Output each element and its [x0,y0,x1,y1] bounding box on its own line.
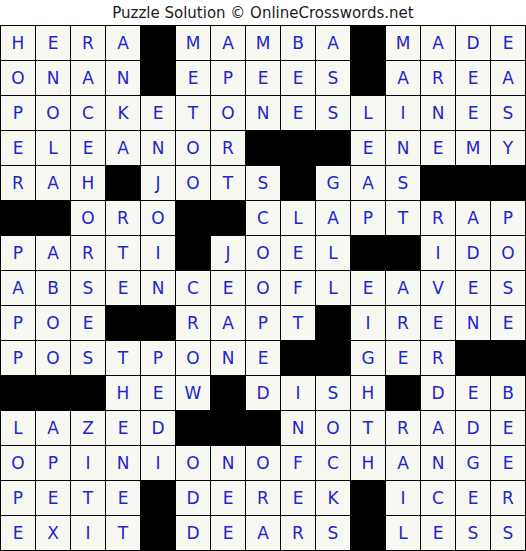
letter-cell: E [106,481,140,515]
letter-cell: N [36,61,70,95]
letter-cell: O [36,96,70,130]
block-cell [71,376,105,410]
letter-cell: E [141,376,175,410]
letter-cell: E [71,306,105,340]
letter-cell: A [1,271,35,305]
letter-cell: H [106,376,140,410]
letter-cell: D [456,26,490,60]
letter-cell: N [386,131,420,165]
block-cell [176,236,210,270]
letter-cell: R [421,61,455,95]
letter-cell: A [211,26,245,60]
letter-cell: S [316,96,350,130]
block-cell [246,411,280,445]
letter-cell: S [246,166,280,200]
letter-cell: S [316,376,350,410]
letter-cell: N [106,61,140,95]
letter-cell: N [421,446,455,480]
letter-cell: O [1,61,35,95]
letter-cell: T [281,306,315,340]
letter-cell: J [211,236,245,270]
block-cell [316,131,350,165]
letter-cell: C [246,201,280,235]
letter-cell: A [386,446,420,480]
letter-cell: R [246,481,280,515]
letter-cell: W [176,376,210,410]
letter-cell: C [71,96,105,130]
letter-cell: C [176,271,210,305]
letter-cell: D [176,516,210,550]
letter-cell: A [456,201,490,235]
block-cell [211,201,245,235]
letter-cell: G [316,166,350,200]
letter-cell: H [351,446,385,480]
letter-cell: R [176,306,210,340]
letter-cell: E [246,341,280,375]
letter-cell: R [386,306,420,340]
letter-cell: B [281,26,315,60]
letter-cell: N [281,411,315,445]
block-cell [351,26,385,60]
letter-cell: T [106,341,140,375]
letter-cell: N [421,96,455,130]
letter-cell: A [351,166,385,200]
letter-cell: A [246,516,280,550]
letter-cell: E [351,131,385,165]
letter-cell: D [456,411,490,445]
letter-cell: E [141,96,175,130]
letter-cell: J [141,166,175,200]
block-cell [141,516,175,550]
letter-cell: E [281,61,315,95]
letter-cell: N [106,446,140,480]
letter-cell: I [421,236,455,270]
letter-cell: O [316,411,350,445]
block-cell [36,376,70,410]
block-cell [246,131,280,165]
letter-cell: E [281,481,315,515]
letter-cell: P [1,236,35,270]
letter-cell: F [281,271,315,305]
letter-cell: C [421,481,455,515]
block-cell [351,516,385,550]
letter-cell: E [456,481,490,515]
letter-cell: E [491,306,525,340]
letter-cell: A [386,271,420,305]
block-cell [351,236,385,270]
letter-cell: Y [491,131,525,165]
letter-cell: S [456,516,490,550]
letter-cell: E [491,446,525,480]
letter-cell: E [211,516,245,550]
letter-cell: C [316,446,350,480]
letter-cell: M [246,26,280,60]
letter-cell: Z [71,411,105,445]
letter-cell: F [281,446,315,480]
letter-cell: A [316,26,350,60]
block-cell [386,236,420,270]
letter-cell: S [386,166,420,200]
letter-cell: O [211,96,245,130]
letter-cell: D [141,411,175,445]
letter-cell: E [491,411,525,445]
letter-cell: P [491,201,525,235]
letter-cell: T [176,96,210,130]
letter-cell: S [71,341,105,375]
letter-cell: H [351,376,385,410]
letter-cell: M [176,26,210,60]
letter-cell: P [36,446,70,480]
letter-cell: E [491,26,525,60]
letter-cell: R [71,26,105,60]
letter-cell: P [1,341,35,375]
letter-cell: P [246,306,280,340]
letter-cell: E [456,271,490,305]
letter-cell: E [281,236,315,270]
letter-cell: D [176,481,210,515]
letter-cell: B [36,271,70,305]
letter-cell: T [211,166,245,200]
letter-cell: A [36,166,70,200]
block-cell [211,376,245,410]
block-cell [106,306,140,340]
letter-cell: E [106,271,140,305]
letter-cell: N [141,271,175,305]
letter-cell: E [456,61,490,95]
letter-cell: I [351,306,385,340]
letter-cell: A [36,411,70,445]
letter-cell: O [176,166,210,200]
block-cell [141,61,175,95]
block-cell [211,411,245,445]
letter-cell: A [491,61,525,95]
letter-cell: V [421,271,455,305]
letter-cell: A [36,236,70,270]
letter-cell: E [71,131,105,165]
letter-cell: O [246,236,280,270]
letter-cell: K [106,96,140,130]
letter-cell: O [141,201,175,235]
block-cell [316,306,350,340]
letter-cell: A [316,201,350,235]
block-cell [281,131,315,165]
letter-cell: R [71,236,105,270]
letter-cell: E [106,411,140,445]
letter-cell: N [456,306,490,340]
letter-cell: S [71,271,105,305]
letter-cell: S [316,61,350,95]
block-cell [351,481,385,515]
letter-cell: D [456,236,490,270]
letter-cell: D [246,376,280,410]
letter-cell: S [491,516,525,550]
block-cell [141,306,175,340]
letter-cell: E [211,481,245,515]
block-cell [106,166,140,200]
letter-cell: R [421,201,455,235]
letter-cell: E [1,516,35,550]
letter-cell: N [211,446,245,480]
block-cell [1,201,35,235]
letter-cell: E [421,131,455,165]
letter-cell: R [491,481,525,515]
letter-cell: P [141,341,175,375]
letter-cell: I [281,376,315,410]
letter-cell: E [176,61,210,95]
letter-cell: D [421,376,455,410]
block-cell [421,166,455,200]
block-cell [281,166,315,200]
letter-cell: G [456,446,490,480]
letter-cell: T [351,411,385,445]
letter-cell: E [211,271,245,305]
letter-cell: I [386,481,420,515]
block-cell [456,341,490,375]
block-cell [456,166,490,200]
letter-cell: G [351,341,385,375]
letter-cell: E [281,96,315,130]
letter-cell: E [36,481,70,515]
letter-cell: O [36,341,70,375]
letter-cell: R [281,516,315,550]
letter-cell: O [71,201,105,235]
letter-cell: E [351,271,385,305]
letter-cell: E [1,131,35,165]
block-cell [141,481,175,515]
letter-cell: L [281,201,315,235]
block-cell [36,201,70,235]
letter-cell: O [246,446,280,480]
letter-cell: L [316,271,350,305]
letter-cell: A [421,411,455,445]
letter-cell: I [386,96,420,130]
letter-cell: A [71,61,105,95]
letter-cell: T [106,516,140,550]
letter-cell: R [1,166,35,200]
letter-cell: R [211,131,245,165]
letter-cell: L [386,516,420,550]
letter-cell: S [316,516,350,550]
letter-cell: O [491,236,525,270]
letter-cell: E [456,96,490,130]
letter-cell: E [246,61,280,95]
letter-cell: O [1,446,35,480]
letter-cell: S [491,271,525,305]
block-cell [386,376,420,410]
letter-cell: P [351,201,385,235]
block-cell [316,341,350,375]
letter-cell: L [36,131,70,165]
letter-cell: O [176,446,210,480]
block-cell [176,411,210,445]
letter-cell: N [211,341,245,375]
letter-cell: R [106,201,140,235]
letter-cell: M [456,131,490,165]
letter-cell: P [211,61,245,95]
letter-cell: I [71,446,105,480]
letter-cell: O [36,306,70,340]
block-cell [351,61,385,95]
crossword-grid: HERAMAMBAMADEONANEPEESAREAPOCKETONESLINE… [0,25,526,551]
letter-cell: I [141,446,175,480]
block-cell [1,376,35,410]
letter-cell: E [386,341,420,375]
page-title: Puzzle Solution © OnlineCrosswords.net [0,0,526,25]
letter-cell: A [386,61,420,95]
letter-cell: B [491,376,525,410]
letter-cell: M [386,26,420,60]
letter-cell: R [386,411,420,445]
letter-cell: I [71,516,105,550]
letter-cell: T [386,201,420,235]
block-cell [141,26,175,60]
letter-cell: O [246,271,280,305]
letter-cell: K [316,481,350,515]
letter-cell: L [351,96,385,130]
block-cell [491,341,525,375]
letter-cell: A [106,131,140,165]
letter-cell: P [1,481,35,515]
letter-cell: T [106,236,140,270]
letter-cell: N [246,96,280,130]
letter-cell: L [316,236,350,270]
letter-cell: I [141,236,175,270]
letter-cell: A [211,306,245,340]
letter-cell: E [456,376,490,410]
letter-cell: O [176,341,210,375]
letter-cell: A [106,26,140,60]
letter-cell: X [36,516,70,550]
letter-cell: P [1,96,35,130]
letter-cell: H [1,26,35,60]
block-cell [281,341,315,375]
letter-cell: H [71,166,105,200]
letter-cell: P [1,306,35,340]
letter-cell: T [71,481,105,515]
letter-cell: N [141,131,175,165]
letter-cell: L [1,411,35,445]
puzzle-solution-page: Puzzle Solution © OnlineCrosswords.net H… [0,0,526,551]
block-cell [491,166,525,200]
letter-cell: S [491,96,525,130]
letter-cell: E [36,26,70,60]
letter-cell: R [421,341,455,375]
letter-cell: E [421,516,455,550]
letter-cell: E [421,306,455,340]
block-cell [176,201,210,235]
letter-cell: A [421,26,455,60]
letter-cell: O [176,131,210,165]
